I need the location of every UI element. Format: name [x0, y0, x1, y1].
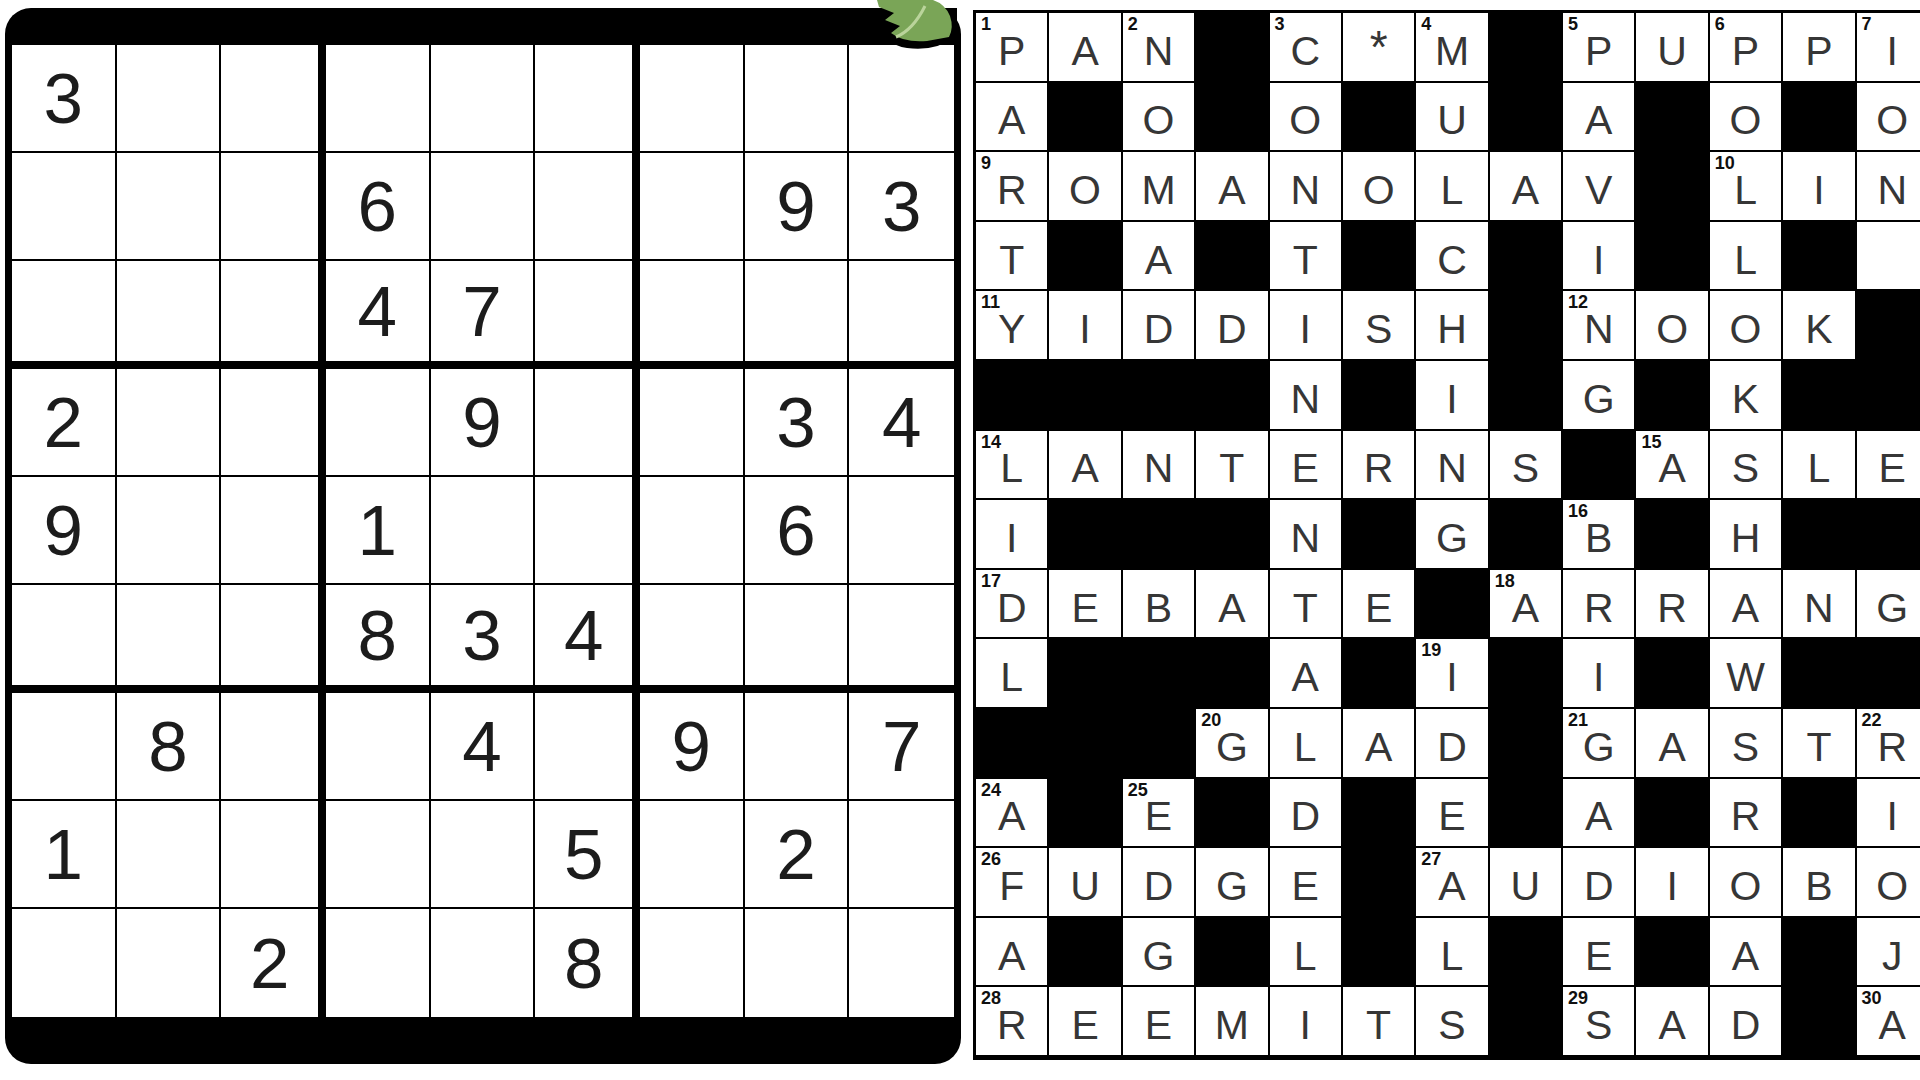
crossword-letter: A	[1071, 439, 1098, 489]
crossword-cell-r14c10	[1636, 918, 1709, 988]
crossword-cell-r10c4	[1196, 639, 1269, 709]
star-cell-glyph: *	[1370, 24, 1388, 70]
crossword-cell-r14c13[interactable]: J	[1857, 918, 1920, 988]
crossword-cell-r11c3	[1123, 709, 1196, 779]
sudoku-cell-r2c8[interactable]: 9	[745, 153, 850, 261]
crossword-cell-r2c4	[1196, 83, 1269, 153]
sudoku-cell-r9c1[interactable]	[12, 909, 117, 1017]
crossword-cell-r7c10[interactable]: 15A	[1636, 431, 1709, 501]
crossword-cell-r1c11[interactable]: 6P	[1710, 13, 1783, 83]
crossword-cell-r8c9[interactable]: 16B	[1563, 500, 1636, 570]
crossword-cell-r4c9[interactable]: I	[1563, 222, 1636, 292]
crossword-cell-r1c10[interactable]: U	[1636, 13, 1709, 83]
crossword-letter: I	[1593, 648, 1604, 698]
sudoku-cell-r6c7[interactable]	[640, 585, 745, 693]
crossword-cell-r9c1[interactable]: 17D	[976, 570, 1049, 640]
crossword-cell-r8c4	[1196, 500, 1269, 570]
crossword-cell-r1c3[interactable]: 2N	[1123, 13, 1196, 83]
crossword-letter: I	[1887, 22, 1898, 72]
crossword-cell-r12c9[interactable]: A	[1563, 779, 1636, 849]
crossword-cell-r6c10	[1636, 361, 1709, 431]
crossword-letter: D	[1290, 787, 1320, 837]
crossword-cell-r12c2	[1049, 779, 1122, 849]
crossword-letter: S	[1585, 996, 1612, 1046]
crossword-cell-r13c9[interactable]: D	[1563, 848, 1636, 918]
clue-number: 20	[1201, 711, 1221, 729]
sudoku-cell-r4c3[interactable]	[221, 369, 326, 477]
crossword-letter: W	[1726, 648, 1765, 698]
crossword-letter: I	[1446, 648, 1457, 698]
crossword-cell-r11c10[interactable]: A	[1636, 709, 1709, 779]
sudoku-cell-r7c9[interactable]: 7	[849, 693, 954, 801]
crossword-cell-r11c8	[1490, 709, 1563, 779]
crossword-cell-r3c6[interactable]: O	[1343, 152, 1416, 222]
crossword-cell-r2c7[interactable]: U	[1416, 83, 1489, 153]
crossword-cell-r7c3[interactable]: N	[1123, 431, 1196, 501]
crossword-cell-r8c3	[1123, 500, 1196, 570]
sudoku-cell-r1c8[interactable]	[745, 45, 850, 153]
crossword-cell-r5c9[interactable]: 12N	[1563, 291, 1636, 361]
crossword-cell-r9c5[interactable]: T	[1270, 570, 1343, 640]
leaf-corner-icon	[849, 0, 957, 54]
crossword-cell-r4c5[interactable]: T	[1270, 222, 1343, 292]
sudoku-cell-r9c3[interactable]: 2	[221, 909, 326, 1017]
crossword-letter: E	[1145, 787, 1172, 837]
crossword-cell-r2c3[interactable]: O	[1123, 83, 1196, 153]
sudoku-cell-r9c4[interactable]	[326, 909, 431, 1017]
sudoku-cell-r8c8[interactable]: 2	[745, 801, 850, 909]
crossword-cell-r2c5[interactable]: O	[1270, 83, 1343, 153]
sudoku-cell-r2c4[interactable]: 6	[326, 153, 431, 261]
sudoku-cell-r3c2[interactable]	[117, 261, 222, 369]
crossword-cell-r2c12	[1783, 83, 1856, 153]
crossword-cell-r8c12	[1783, 500, 1856, 570]
crossword-letter: O	[1069, 161, 1101, 211]
clue-number: 27	[1421, 850, 1441, 868]
sudoku-cell-r2c5[interactable]	[431, 153, 536, 261]
crossword-cell-r5c10[interactable]: O	[1636, 291, 1709, 361]
crossword-cell-r5c3[interactable]: D	[1123, 291, 1196, 361]
crossword-letter: I	[1300, 996, 1311, 1046]
sudoku-cell-r8c4[interactable]	[326, 801, 431, 909]
crossword-cell-r4c13[interactable]	[1857, 222, 1920, 292]
crossword-cell-r8c7[interactable]: G	[1416, 500, 1489, 570]
crossword-cell-r7c11[interactable]: S	[1710, 431, 1783, 501]
crossword-cell-r9c4[interactable]: A	[1196, 570, 1269, 640]
crossword-cell-r12c8	[1490, 779, 1563, 849]
sudoku-cell-r2c6[interactable]	[535, 153, 640, 261]
sudoku-cell-r6c3[interactable]	[221, 585, 326, 693]
crossword-letter: O	[1730, 857, 1762, 907]
crossword-letter: T	[1366, 996, 1391, 1046]
crossword-cell-r11c5[interactable]: L	[1270, 709, 1343, 779]
crossword-letter: E	[1365, 579, 1392, 629]
crossword-cell-r15c5[interactable]: I	[1270, 987, 1343, 1057]
crossword-cell-r3c7[interactable]: L	[1416, 152, 1489, 222]
crossword-cell-r2c2	[1049, 83, 1122, 153]
sudoku-cell-r8c7[interactable]	[640, 801, 745, 909]
sudoku-cell-r5c2[interactable]	[117, 477, 222, 585]
crossword-letter: A	[1218, 161, 1245, 211]
crossword-cell-r7c7[interactable]: N	[1416, 431, 1489, 501]
crossword-cell-r3c13[interactable]: N	[1857, 152, 1920, 222]
crossword-cell-r15c9[interactable]: 29S	[1563, 987, 1636, 1057]
sudoku-cell-r2c1[interactable]	[12, 153, 117, 261]
crossword-cell-r3c1[interactable]: 9R	[976, 152, 1049, 222]
clue-number: 19	[1421, 641, 1441, 659]
crossword-letter: I	[1593, 231, 1604, 281]
crossword-cell-r1c2[interactable]: A	[1049, 13, 1122, 83]
sudoku-cell-r9c8[interactable]	[745, 909, 850, 1017]
crossword-cell-r15c11[interactable]: D	[1710, 987, 1783, 1057]
sudoku-cell-r7c6[interactable]	[535, 693, 640, 801]
crossword-cell-r15c2[interactable]: E	[1049, 987, 1122, 1057]
sudoku-cell-r8c3[interactable]	[221, 801, 326, 909]
sudoku-cell-r1c9[interactable]	[849, 45, 954, 153]
crossword-cell-r10c7[interactable]: 19I	[1416, 639, 1489, 709]
crossword-cell-r7c13[interactable]: E	[1857, 431, 1920, 501]
crossword-cell-r14c11[interactable]: A	[1710, 918, 1783, 988]
crossword-cell-r1c7[interactable]: 4M	[1416, 13, 1489, 83]
crossword-cell-r15c3[interactable]: E	[1123, 987, 1196, 1057]
crossword-cell-r13c8[interactable]: U	[1490, 848, 1563, 918]
crossword-cell-r3c2[interactable]: O	[1049, 152, 1122, 222]
crossword-cell-r12c5[interactable]: D	[1270, 779, 1343, 849]
crossword-cell-r13c10[interactable]: I	[1636, 848, 1709, 918]
crossword-cell-r14c12	[1783, 918, 1856, 988]
crossword-cell-r10c1[interactable]: L	[976, 639, 1049, 709]
sudoku-cell-r7c5[interactable]: 4	[431, 693, 536, 801]
crossword-cell-r14c5[interactable]: L	[1270, 918, 1343, 988]
crossword-cell-r4c6	[1343, 222, 1416, 292]
crossword-letter: I	[1666, 857, 1677, 907]
sudoku-cell-r9c2[interactable]	[117, 909, 222, 1017]
crossword-cell-r3c5[interactable]: N	[1270, 152, 1343, 222]
crossword-cell-r13c1[interactable]: 26F	[976, 848, 1049, 918]
crossword-cell-r14c9[interactable]: E	[1563, 918, 1636, 988]
crossword-cell-r13c6	[1343, 848, 1416, 918]
crossword-letter: A	[998, 91, 1025, 141]
sudoku-cell-r6c6[interactable]: 4	[535, 585, 640, 693]
crossword-cell-r7c1[interactable]: 14L	[976, 431, 1049, 501]
sudoku-cell-r7c3[interactable]	[221, 693, 326, 801]
sudoku-cell-r6c2[interactable]	[117, 585, 222, 693]
sudoku-cell-r2c2[interactable]	[117, 153, 222, 261]
crossword-letter: P	[1732, 22, 1759, 72]
crossword-letter: O	[1730, 300, 1762, 350]
crossword-cell-r14c6	[1343, 918, 1416, 988]
sudoku-cell-r7c2[interactable]: 8	[117, 693, 222, 801]
crossword-cell-r9c10[interactable]: R	[1636, 570, 1709, 640]
crossword-cell-r15c10[interactable]: A	[1636, 987, 1709, 1057]
sudoku-cell-r5c8[interactable]: 6	[745, 477, 850, 585]
sudoku-cell-r4c1[interactable]: 2	[12, 369, 117, 477]
crossword-letter: B	[1805, 857, 1832, 907]
crossword-letter: O	[1289, 91, 1321, 141]
crossword-cell-r11c9[interactable]: 21G	[1563, 709, 1636, 779]
crossword-letter: H	[1731, 509, 1761, 559]
crossword-letter: T	[1806, 718, 1831, 768]
crossword-cell-r9c2[interactable]: E	[1049, 570, 1122, 640]
crossword-letter: K	[1805, 300, 1832, 350]
sudoku-cell-r9c7[interactable]	[640, 909, 745, 1017]
crossword-cell-r5c4[interactable]: D	[1196, 291, 1269, 361]
sudoku-cell-r1c4[interactable]	[326, 45, 431, 153]
crossword-cell-r4c11[interactable]: L	[1710, 222, 1783, 292]
sudoku-cell-r9c6[interactable]: 8	[535, 909, 640, 1017]
crossword-cell-r5c7[interactable]: H	[1416, 291, 1489, 361]
crossword-letter: S	[1732, 439, 1759, 489]
sudoku-cell-r2c9[interactable]: 3	[849, 153, 954, 261]
crossword-cell-r14c7[interactable]: L	[1416, 918, 1489, 988]
crossword-letter: R	[997, 161, 1027, 211]
crossword-cell-r10c3	[1123, 639, 1196, 709]
crossword-cell-r3c11[interactable]: 10L	[1710, 152, 1783, 222]
sudoku-cell-r4c6[interactable]	[535, 369, 640, 477]
crossword-cell-r10c12	[1783, 639, 1856, 709]
sudoku-cell-r1c6[interactable]	[535, 45, 640, 153]
crossword-cell-r4c7[interactable]: C	[1416, 222, 1489, 292]
crossword-cell-r8c1[interactable]: I	[976, 500, 1049, 570]
sudoku-cell-r8c9[interactable]	[849, 801, 954, 909]
crossword-cell-r10c5[interactable]: A	[1270, 639, 1343, 709]
crossword-letter: P	[1585, 22, 1612, 72]
sudoku-cell-r1c7[interactable]	[640, 45, 745, 153]
crossword-cell-r9c8[interactable]: 18A	[1490, 570, 1563, 640]
crossword-cell-r1c5[interactable]: 3C	[1270, 13, 1343, 83]
sudoku-cell-r6c9[interactable]	[849, 585, 954, 693]
crossword-letter: B	[1585, 509, 1612, 559]
clue-number: 9	[981, 154, 991, 172]
sudoku-cell-r4c8[interactable]: 3	[745, 369, 850, 477]
crossword-cell-r5c12[interactable]: K	[1783, 291, 1856, 361]
crossword-cell-r7c6[interactable]: R	[1343, 431, 1416, 501]
crossword-cell-r15c4[interactable]: M	[1196, 987, 1269, 1057]
crossword-cell-r9c11[interactable]: A	[1710, 570, 1783, 640]
sudoku-cell-r3c3[interactable]	[221, 261, 326, 369]
crossword-cell-r14c1[interactable]: A	[976, 918, 1049, 988]
crossword-letter: P	[998, 22, 1025, 72]
sudoku-cell-r8c2[interactable]	[117, 801, 222, 909]
crossword-cell-r12c11[interactable]: R	[1710, 779, 1783, 849]
crossword-cell-r2c13[interactable]: O	[1857, 83, 1920, 153]
crossword-cell-r6c12	[1783, 361, 1856, 431]
crossword-cell-r14c3[interactable]: G	[1123, 918, 1196, 988]
sudoku-cell-r7c1[interactable]	[12, 693, 117, 801]
sudoku-cell-r3c6[interactable]	[535, 261, 640, 369]
sudoku-cell-r3c1[interactable]	[12, 261, 117, 369]
crossword-cell-r4c8	[1490, 222, 1563, 292]
crossword-letter: O	[1876, 857, 1908, 907]
sudoku-cell-r8c6[interactable]: 5	[535, 801, 640, 909]
crossword-cell-r7c2[interactable]: A	[1049, 431, 1122, 501]
sudoku-cell-r1c5[interactable]	[431, 45, 536, 153]
crossword-cell-r9c6[interactable]: E	[1343, 570, 1416, 640]
sudoku-cell-r5c9[interactable]	[849, 477, 954, 585]
sudoku-cell-r5c7[interactable]	[640, 477, 745, 585]
crossword-cell-r1c9[interactable]: 5P	[1563, 13, 1636, 83]
crossword-cell-r10c6	[1343, 639, 1416, 709]
sudoku-cell-r4c5[interactable]: 9	[431, 369, 536, 477]
crossword-cell-r15c7[interactable]: S	[1416, 987, 1489, 1057]
crossword-cell-r15c8	[1490, 987, 1563, 1057]
crossword-cell-r9c12[interactable]: N	[1783, 570, 1856, 640]
crossword-cell-r11c12[interactable]: T	[1783, 709, 1856, 779]
crossword-letter: R	[1657, 579, 1687, 629]
crossword-cell-r3c3[interactable]: M	[1123, 152, 1196, 222]
crossword-cell-r8c11[interactable]: H	[1710, 500, 1783, 570]
sudoku-cell-r3c5[interactable]: 7	[431, 261, 536, 369]
crossword-cell-r10c11[interactable]: W	[1710, 639, 1783, 709]
crossword-letter: E	[1438, 787, 1465, 837]
crossword-cell-r13c13[interactable]: O	[1857, 848, 1920, 918]
sudoku-cell-r7c8[interactable]	[745, 693, 850, 801]
crossword-cell-r7c5[interactable]: E	[1270, 431, 1343, 501]
sudoku-cell-r3c9[interactable]	[849, 261, 954, 369]
crossword-cell-r6c9[interactable]: G	[1563, 361, 1636, 431]
crossword-cell-r9c13[interactable]: G	[1857, 570, 1920, 640]
crossword-cell-r11c4[interactable]: 20G	[1196, 709, 1269, 779]
crossword-cell-r13c3[interactable]: D	[1123, 848, 1196, 918]
sudoku-cell-r8c5[interactable]	[431, 801, 536, 909]
crossword-letter: A	[1732, 579, 1759, 629]
crossword-letter: R	[1877, 718, 1907, 768]
crossword-cell-r3c4[interactable]: A	[1196, 152, 1269, 222]
crossword-cell-r8c5[interactable]: N	[1270, 500, 1343, 570]
crossword-cell-r13c2[interactable]: U	[1049, 848, 1122, 918]
crossword-cell-r11c7[interactable]: D	[1416, 709, 1489, 779]
crossword-cell-r5c1[interactable]: 11Y	[976, 291, 1049, 361]
crossword-letter: L	[1294, 718, 1317, 768]
crossword-letter: I	[1813, 161, 1824, 211]
crossword-cell-r11c6[interactable]: A	[1343, 709, 1416, 779]
crossword-board: 1PA2N3C*4M5PU6PP7IAOOUAOO9ROMANOLAV10LIN…	[973, 10, 1920, 1060]
crossword-cell-r4c1[interactable]: T	[976, 222, 1049, 292]
crossword-cell-r12c7[interactable]: E	[1416, 779, 1489, 849]
sudoku-cell-r5c3[interactable]	[221, 477, 326, 585]
sudoku-cell-r7c4[interactable]	[326, 693, 431, 801]
crossword-letter: N	[1290, 161, 1320, 211]
sudoku-cell-r3c8[interactable]	[745, 261, 850, 369]
sudoku-cell-r1c2[interactable]	[117, 45, 222, 153]
crossword-cell-r4c3[interactable]: A	[1123, 222, 1196, 292]
sudoku-cell-r6c5[interactable]: 3	[431, 585, 536, 693]
sudoku-cell-r2c7[interactable]	[640, 153, 745, 261]
crossword-cell-r13c5[interactable]: E	[1270, 848, 1343, 918]
crossword-letter: C	[1437, 231, 1467, 281]
sudoku-cell-r9c5[interactable]	[431, 909, 536, 1017]
crossword-letter: A	[1658, 439, 1685, 489]
sudoku-cell-r6c4[interactable]: 8	[326, 585, 431, 693]
crossword-cell-r1c13[interactable]: 7I	[1857, 13, 1920, 83]
crossword-cell-r11c11[interactable]: S	[1710, 709, 1783, 779]
sudoku-cell-r5c5[interactable]	[431, 477, 536, 585]
crossword-cell-r5c11[interactable]: O	[1710, 291, 1783, 361]
sudoku-cell-r7c7[interactable]: 9	[640, 693, 745, 801]
clue-number: 4	[1421, 15, 1431, 33]
crossword-cell-r9c3[interactable]: B	[1123, 570, 1196, 640]
crossword-cell-r3c12[interactable]: I	[1783, 152, 1856, 222]
crossword-cell-r6c11[interactable]: K	[1710, 361, 1783, 431]
clue-number: 16	[1568, 502, 1588, 520]
crossword-cell-r6c3	[1123, 361, 1196, 431]
crossword-cell-r1c12[interactable]: P	[1783, 13, 1856, 83]
sudoku-cell-r3c4[interactable]: 4	[326, 261, 431, 369]
sudoku-cell-r1c1[interactable]: 3	[12, 45, 117, 153]
clue-number: 15	[1641, 433, 1661, 451]
crossword-cell-r14c4	[1196, 918, 1269, 988]
crossword-letter: E	[1292, 439, 1319, 489]
crossword-cell-r2c11[interactable]: O	[1710, 83, 1783, 153]
crossword-cell-r10c9[interactable]: I	[1563, 639, 1636, 709]
sudoku-cell-r5c4[interactable]: 1	[326, 477, 431, 585]
crossword-cell-r6c7[interactable]: I	[1416, 361, 1489, 431]
crossword-cell-r11c13[interactable]: 22R	[1857, 709, 1920, 779]
crossword-cell-r12c3[interactable]: 25E	[1123, 779, 1196, 849]
crossword-cell-r15c1[interactable]: 28R	[976, 987, 1049, 1057]
crossword-cell-r6c5[interactable]: N	[1270, 361, 1343, 431]
crossword-cell-r15c13[interactable]: 30A	[1857, 987, 1920, 1057]
crossword-cell-r2c6	[1343, 83, 1416, 153]
crossword-cell-r1c4	[1196, 13, 1269, 83]
crossword-cell-r5c5[interactable]: I	[1270, 291, 1343, 361]
crossword-cell-r1c6[interactable]: *	[1343, 13, 1416, 83]
sudoku-cell-r3c7[interactable]	[640, 261, 745, 369]
crossword-cell-r5c6[interactable]: S	[1343, 291, 1416, 361]
crossword-cell-r8c13	[1857, 500, 1920, 570]
crossword-cell-r2c8	[1490, 83, 1563, 153]
crossword-cell-r5c2[interactable]: I	[1049, 291, 1122, 361]
sudoku-cell-r1c3[interactable]	[221, 45, 326, 153]
crossword-cell-r8c8	[1490, 500, 1563, 570]
crossword-cell-r2c1[interactable]: A	[976, 83, 1049, 153]
crossword-cell-r7c4[interactable]: T	[1196, 431, 1269, 501]
crossword-letter: U	[1070, 857, 1100, 907]
crossword-cell-r15c6[interactable]: T	[1343, 987, 1416, 1057]
crossword-cell-r3c8[interactable]: A	[1490, 152, 1563, 222]
crossword-letter: F	[999, 857, 1024, 907]
sudoku-cell-r5c1[interactable]: 9	[12, 477, 117, 585]
sudoku-cell-r4c2[interactable]	[117, 369, 222, 477]
crossword-letter: A	[1658, 718, 1685, 768]
crossword-cell-r3c9[interactable]: V	[1563, 152, 1636, 222]
crossword-cell-r13c12[interactable]: B	[1783, 848, 1856, 918]
clue-number: 21	[1568, 711, 1588, 729]
crossword-letter: L	[1808, 439, 1831, 489]
crossword-cell-r13c11[interactable]: O	[1710, 848, 1783, 918]
crossword-cell-r12c1[interactable]: 24A	[976, 779, 1049, 849]
crossword-cell-r2c9[interactable]: A	[1563, 83, 1636, 153]
sudoku-cell-r4c7[interactable]	[640, 369, 745, 477]
clue-number: 26	[981, 850, 1001, 868]
sudoku-cell-r6c8[interactable]	[745, 585, 850, 693]
crossword-cell-r1c1[interactable]: 1P	[976, 13, 1049, 83]
sudoku-cell-r4c9[interactable]: 4	[849, 369, 954, 477]
sudoku-cell-r6c1[interactable]	[12, 585, 117, 693]
crossword-cell-r13c4[interactable]: G	[1196, 848, 1269, 918]
crossword-cell-r12c6	[1343, 779, 1416, 849]
sudoku-cell-r9c9[interactable]	[849, 909, 954, 1017]
crossword-cell-r7c12[interactable]: L	[1783, 431, 1856, 501]
sudoku-cell-r2c3[interactable]	[221, 153, 326, 261]
crossword-cell-r7c8[interactable]: S	[1490, 431, 1563, 501]
crossword-cell-r13c7[interactable]: 27A	[1416, 848, 1489, 918]
crossword-cell-r12c13[interactable]: I	[1857, 779, 1920, 849]
sudoku-cell-r4c4[interactable]	[326, 369, 431, 477]
crossword-cell-r9c9[interactable]: R	[1563, 570, 1636, 640]
sudoku-cell-r8c1[interactable]: 1	[12, 801, 117, 909]
sudoku-cell-r5c6[interactable]	[535, 477, 640, 585]
